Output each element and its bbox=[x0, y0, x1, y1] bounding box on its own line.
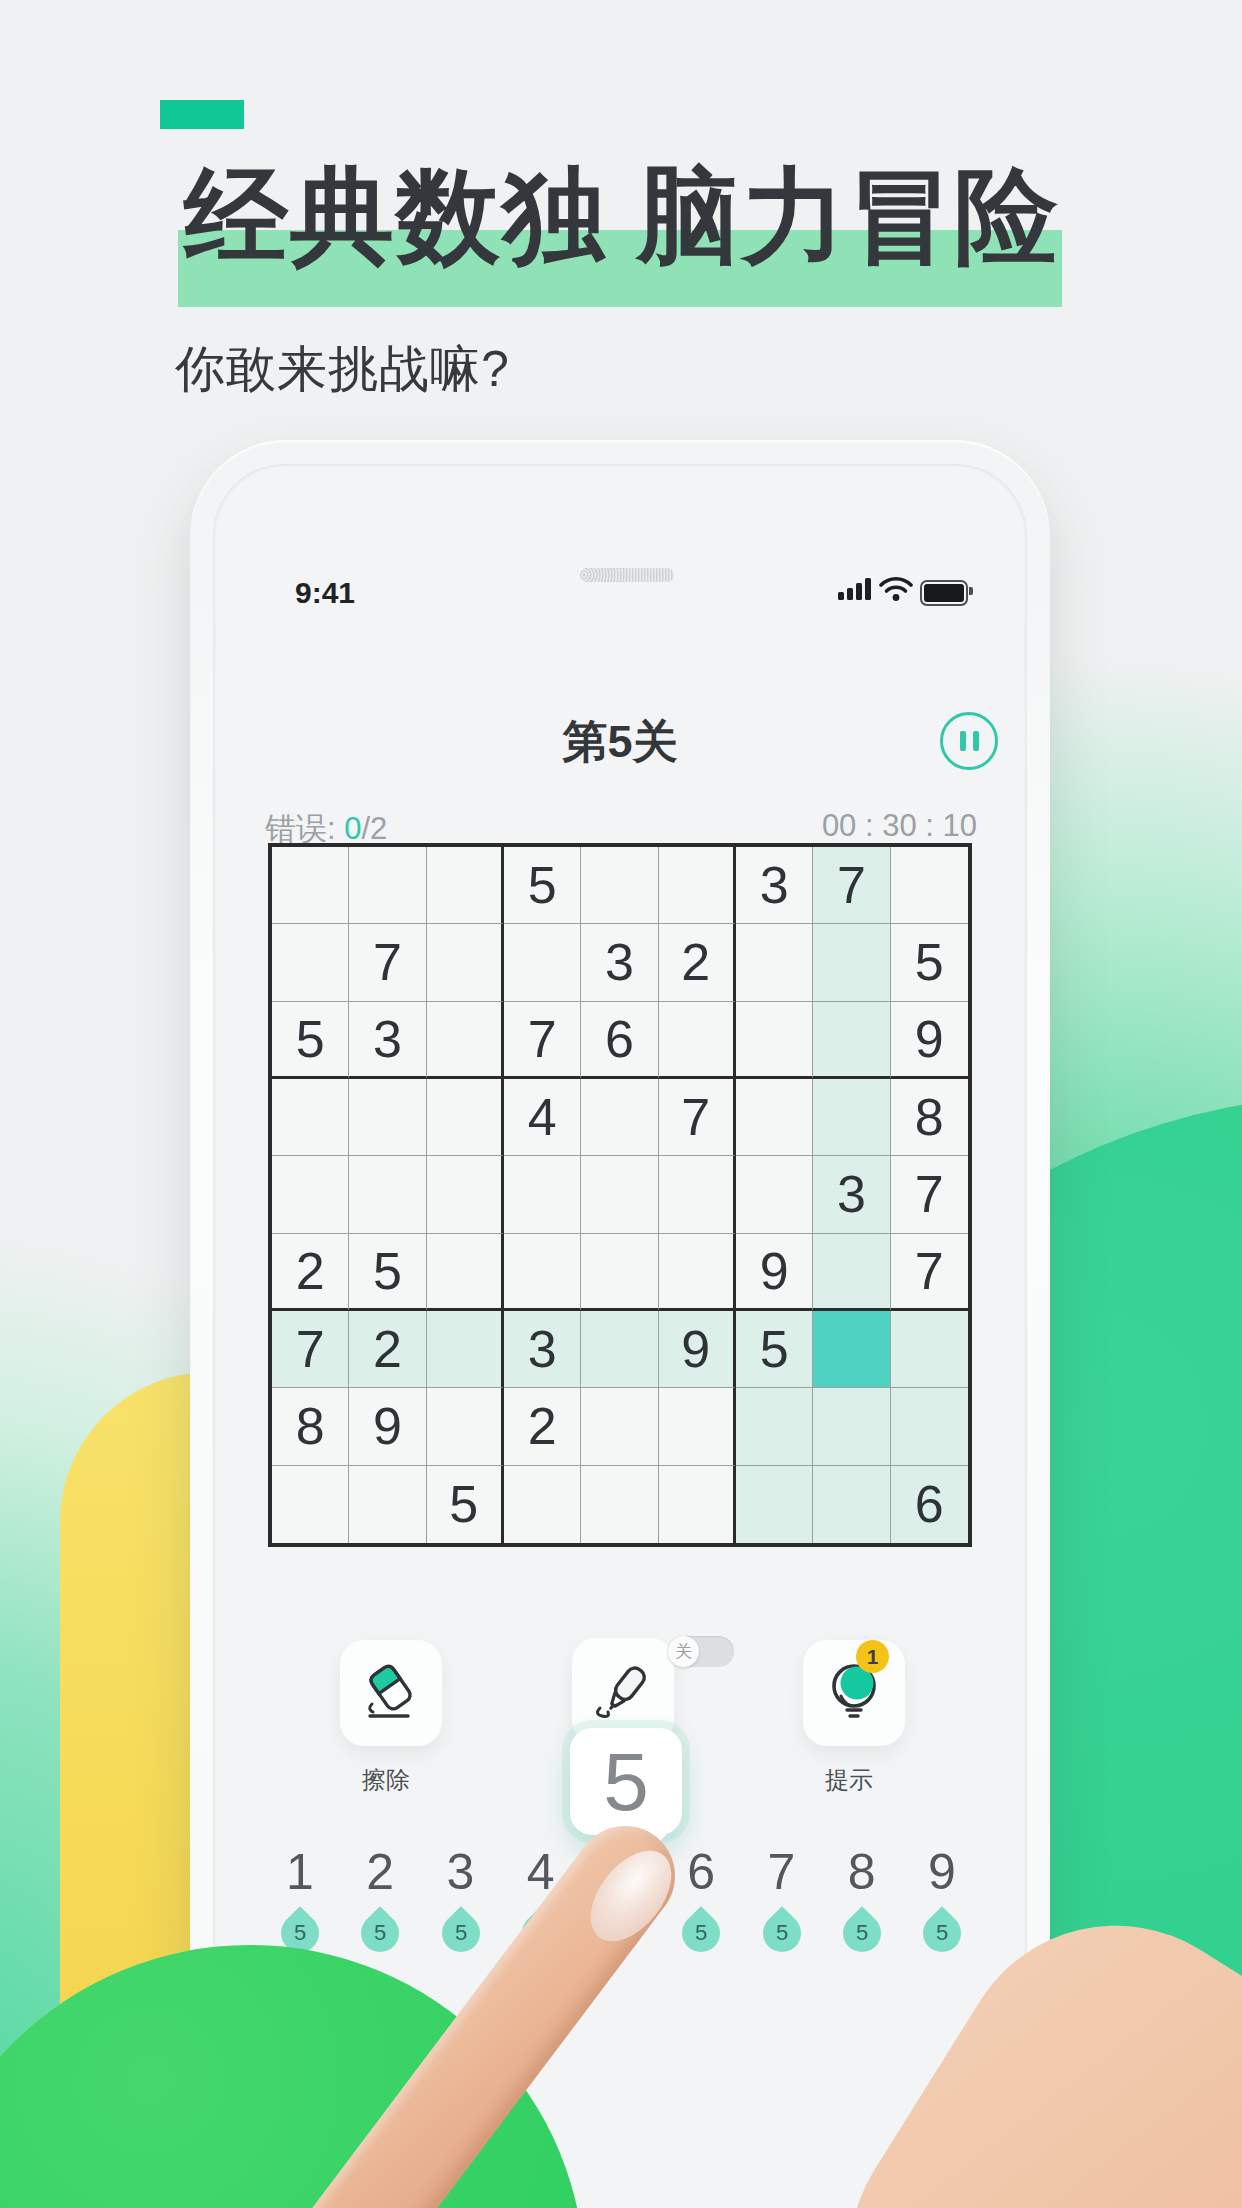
hint-count-badge: 1 bbox=[856, 1640, 889, 1673]
sudoku-cell-r4c7[interactable] bbox=[736, 1079, 813, 1156]
sudoku-cell-r2c3[interactable] bbox=[427, 924, 504, 1001]
numpad-digit[interactable]: 2 bbox=[366, 1844, 394, 1900]
sudoku-cell-r7c7[interactable]: 5 bbox=[736, 1311, 813, 1388]
sudoku-cell-r6c9[interactable]: 7 bbox=[891, 1234, 968, 1311]
sudoku-cell-r5c4[interactable] bbox=[504, 1156, 581, 1233]
sudoku-cell-r6c7[interactable]: 9 bbox=[736, 1234, 813, 1311]
sudoku-cell-r7c1[interactable]: 7 bbox=[272, 1311, 349, 1388]
speaker-grille-icon bbox=[580, 568, 674, 582]
hint-button[interactable] bbox=[803, 1640, 905, 1746]
numpad-key-3[interactable]: 35 bbox=[429, 1844, 493, 1952]
battery-icon bbox=[920, 580, 968, 606]
sudoku-cell-r5c1[interactable] bbox=[272, 1156, 349, 1233]
sudoku-cell-r8c4[interactable]: 2 bbox=[504, 1388, 581, 1465]
sudoku-cell-r6c6[interactable] bbox=[659, 1234, 736, 1311]
promo-subheadline: 你敢来挑战嘛? bbox=[175, 336, 510, 403]
erase-button[interactable] bbox=[340, 1640, 442, 1746]
level-title: 第5关 bbox=[213, 712, 1027, 772]
sudoku-cell-r6c2[interactable]: 5 bbox=[349, 1234, 426, 1311]
sudoku-cell-r3c1[interactable]: 5 bbox=[272, 1002, 349, 1079]
mistakes-current: 0 bbox=[344, 811, 361, 846]
pencil-mode-toggle[interactable]: 关 bbox=[668, 1636, 734, 1667]
sudoku-cell-r2c2[interactable]: 7 bbox=[349, 924, 426, 1001]
numpad-key-2[interactable]: 25 bbox=[348, 1844, 412, 1952]
numpad-key-9[interactable]: 95 bbox=[910, 1844, 974, 1952]
sudoku-cell-r5c7[interactable] bbox=[736, 1156, 813, 1233]
sudoku-cell-r5c9[interactable]: 7 bbox=[891, 1156, 968, 1233]
numpad-digit[interactable]: 8 bbox=[848, 1844, 876, 1900]
sudoku-cell-r8c1[interactable]: 8 bbox=[272, 1388, 349, 1465]
eraser-icon bbox=[356, 1658, 426, 1728]
sudoku-cell-r1c3[interactable] bbox=[427, 847, 504, 924]
status-time: 9:41 bbox=[295, 576, 355, 610]
sudoku-cell-r3c8[interactable] bbox=[813, 1002, 890, 1079]
remaining-count-droplet: 5 bbox=[755, 1906, 809, 1960]
numpad-key-7[interactable]: 75 bbox=[750, 1844, 814, 1952]
erase-label: 擦除 bbox=[362, 1764, 410, 1796]
sudoku-cell-r4c1[interactable] bbox=[272, 1079, 349, 1156]
hint-label: 提示 bbox=[825, 1764, 873, 1796]
sudoku-cell-r2c9[interactable]: 5 bbox=[891, 924, 968, 1001]
sudoku-cell-r2c4[interactable] bbox=[504, 924, 581, 1001]
sudoku-cell-r5c5[interactable] bbox=[581, 1156, 658, 1233]
sudoku-cell-r6c1[interactable]: 2 bbox=[272, 1234, 349, 1311]
sudoku-cell-r3c3[interactable] bbox=[427, 1002, 504, 1079]
sudoku-cell-r5c6[interactable] bbox=[659, 1156, 736, 1233]
sudoku-cell-r2c7[interactable] bbox=[736, 924, 813, 1001]
sudoku-cell-r6c3[interactable] bbox=[427, 1234, 504, 1311]
remaining-count-droplet: 5 bbox=[674, 1906, 728, 1960]
sudoku-cell-r6c5[interactable] bbox=[581, 1234, 658, 1311]
numpad-digit[interactable]: 7 bbox=[768, 1844, 796, 1900]
numpad-key-8[interactable]: 85 bbox=[830, 1844, 894, 1952]
sudoku-cell-r2c5[interactable]: 3 bbox=[581, 924, 658, 1001]
sudoku-cell-r7c3[interactable] bbox=[427, 1311, 504, 1388]
sudoku-cell-r2c1[interactable] bbox=[272, 924, 349, 1001]
sudoku-cell-r3c7[interactable] bbox=[736, 1002, 813, 1079]
sudoku-cell-r3c6[interactable] bbox=[659, 1002, 736, 1079]
sudoku-cell-r7c6[interactable]: 9 bbox=[659, 1311, 736, 1388]
remaining-count-droplet: 5 bbox=[434, 1906, 488, 1960]
sudoku-cell-r3c2[interactable]: 3 bbox=[349, 1002, 426, 1079]
sudoku-cell-r2c8[interactable] bbox=[813, 924, 890, 1001]
sudoku-cell-r3c9[interactable]: 9 bbox=[891, 1002, 968, 1079]
sudoku-cell-r4c5[interactable] bbox=[581, 1079, 658, 1156]
sudoku-cell-r8c7[interactable] bbox=[736, 1388, 813, 1465]
sudoku-cell-r9c4[interactable] bbox=[504, 1466, 581, 1543]
sudoku-cell-r7c8[interactable] bbox=[813, 1311, 890, 1388]
sudoku-cell-r4c6[interactable]: 7 bbox=[659, 1079, 736, 1156]
accent-rectangle bbox=[160, 100, 244, 129]
sudoku-cell-r9c1[interactable] bbox=[272, 1466, 349, 1543]
sudoku-cell-r3c4[interactable]: 7 bbox=[504, 1002, 581, 1079]
sudoku-cell-r8c6[interactable] bbox=[659, 1388, 736, 1465]
sudoku-cell-r4c8[interactable] bbox=[813, 1079, 890, 1156]
sudoku-cell-r8c2[interactable]: 9 bbox=[349, 1388, 426, 1465]
sudoku-cell-r1c6[interactable] bbox=[659, 847, 736, 924]
remaining-count-droplet: 5 bbox=[835, 1906, 889, 1960]
number-popup-value: 5 bbox=[603, 1735, 649, 1829]
sudoku-grid: 5377325537694783725977239589256 bbox=[268, 843, 972, 1547]
sudoku-cell-r7c2[interactable]: 2 bbox=[349, 1311, 426, 1388]
sudoku-cell-r5c8[interactable]: 3 bbox=[813, 1156, 890, 1233]
sudoku-cell-r5c3[interactable] bbox=[427, 1156, 504, 1233]
sudoku-cell-r9c7[interactable] bbox=[736, 1466, 813, 1543]
sudoku-cell-r1c7[interactable]: 3 bbox=[736, 847, 813, 924]
sudoku-cell-r5c2[interactable] bbox=[349, 1156, 426, 1233]
wifi-icon bbox=[879, 576, 913, 602]
sudoku-cell-r7c5[interactable] bbox=[581, 1311, 658, 1388]
numpad-digit[interactable]: 1 bbox=[286, 1844, 314, 1900]
sudoku-cell-r9c8[interactable] bbox=[813, 1466, 890, 1543]
sudoku-cell-r4c4[interactable]: 4 bbox=[504, 1079, 581, 1156]
sudoku-cell-r8c5[interactable] bbox=[581, 1388, 658, 1465]
sudoku-cell-r1c5[interactable] bbox=[581, 847, 658, 924]
numpad-key-6[interactable]: 65 bbox=[669, 1844, 733, 1952]
sudoku-cell-r9c2[interactable] bbox=[349, 1466, 426, 1543]
sudoku-cell-r4c9[interactable]: 8 bbox=[891, 1079, 968, 1156]
number-popup: 5 bbox=[570, 1728, 682, 1835]
sudoku-cell-r8c8[interactable] bbox=[813, 1388, 890, 1465]
numpad-digit[interactable]: 3 bbox=[447, 1844, 475, 1900]
toggle-state-label: 关 bbox=[675, 1640, 692, 1663]
numpad-digit[interactable]: 9 bbox=[928, 1844, 956, 1900]
sudoku-cell-r4c2[interactable] bbox=[349, 1079, 426, 1156]
sudoku-cell-r9c5[interactable] bbox=[581, 1466, 658, 1543]
sudoku-cell-r9c6[interactable] bbox=[659, 1466, 736, 1543]
sudoku-cell-r1c1[interactable] bbox=[272, 847, 349, 924]
numpad-key-1[interactable]: 15 bbox=[268, 1844, 332, 1952]
remaining-count-droplet: 5 bbox=[353, 1906, 407, 1960]
sudoku-cell-r8c9[interactable] bbox=[891, 1388, 968, 1465]
pause-button[interactable] bbox=[940, 712, 998, 770]
sudoku-cell-r6c8[interactable] bbox=[813, 1234, 890, 1311]
sudoku-cell-r1c8[interactable]: 7 bbox=[813, 847, 890, 924]
remaining-count-droplet: 5 bbox=[915, 1906, 969, 1960]
numpad-digit[interactable]: 6 bbox=[687, 1844, 715, 1900]
sudoku-cell-r7c9[interactable] bbox=[891, 1311, 968, 1388]
pencil-icon bbox=[588, 1656, 658, 1726]
sudoku-cell-r8c3[interactable] bbox=[427, 1388, 504, 1465]
sudoku-cell-r7c4[interactable]: 3 bbox=[504, 1311, 581, 1388]
promo-headline: 经典数独 脑力冒险 bbox=[184, 158, 1234, 276]
sudoku-cell-r3c5[interactable]: 6 bbox=[581, 1002, 658, 1079]
sudoku-cell-r2c6[interactable]: 2 bbox=[659, 924, 736, 1001]
sudoku-cell-r1c9[interactable] bbox=[891, 847, 968, 924]
mistakes-max: /2 bbox=[362, 811, 388, 846]
sudoku-cell-r6c4[interactable] bbox=[504, 1234, 581, 1311]
sudoku-cell-r1c4[interactable]: 5 bbox=[504, 847, 581, 924]
sudoku-cell-r9c3[interactable]: 5 bbox=[427, 1466, 504, 1543]
sudoku-cell-r9c9[interactable]: 6 bbox=[891, 1466, 968, 1543]
sudoku-cell-r1c2[interactable] bbox=[349, 847, 426, 924]
sudoku-cell-r4c3[interactable] bbox=[427, 1079, 504, 1156]
